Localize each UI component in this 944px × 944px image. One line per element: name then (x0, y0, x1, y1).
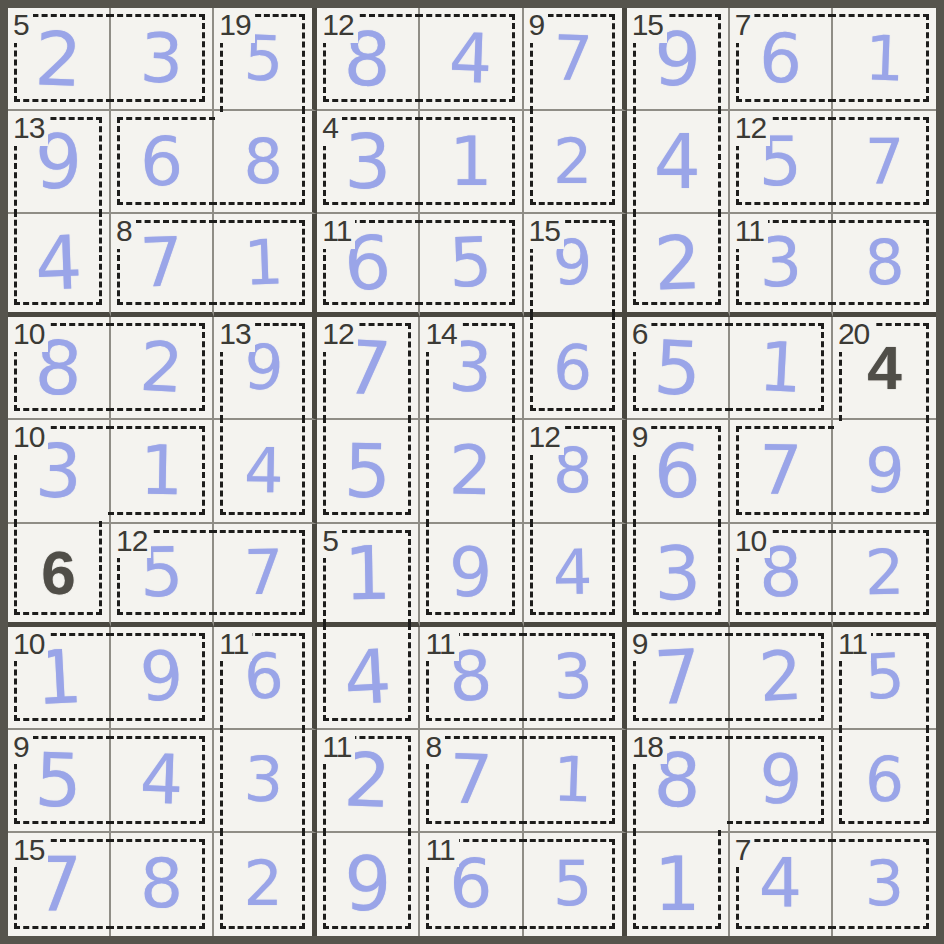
handwritten-digit: 5 (344, 434, 392, 509)
handwritten-digit: 8 (244, 131, 283, 193)
cell-r2c6[interactable]: 2 (524, 111, 627, 214)
handwritten-digit: 3 (139, 24, 185, 93)
cage-sum-label: 15 (11, 833, 48, 868)
cell-r3c8[interactable]: 113 (730, 214, 833, 317)
cell-r5c4[interactable]: 5 (317, 420, 420, 523)
handwritten-digit: 4 (243, 440, 284, 503)
handwritten-digit: 3 (865, 853, 904, 915)
handwritten-digit: 3 (242, 749, 284, 812)
cell-r6c9[interactable]: 2 (833, 524, 936, 627)
handwritten-digit: 1 (654, 847, 701, 921)
cage-sum-label: 10 (11, 317, 48, 352)
handwritten-digit: 1 (344, 535, 392, 610)
handwritten-digit: 7 (758, 437, 802, 506)
handwritten-digit: 9 (864, 440, 905, 503)
cell-r6c7[interactable]: 3 (627, 524, 730, 627)
cage-sum-label: 11 (733, 214, 768, 249)
cell-r8c2[interactable]: 4 (111, 730, 214, 833)
cell-r1c4[interactable]: 128 (317, 8, 420, 111)
handwritten-digit: 8 (864, 232, 906, 295)
handwritten-digit: 4 (448, 24, 494, 93)
handwritten-digit: 1 (242, 232, 284, 295)
cell-r8c1[interactable]: 95 (8, 730, 111, 833)
handwritten-digit: 2 (652, 225, 702, 301)
cell-r2c9[interactable]: 7 (833, 111, 936, 214)
cell-r5c8[interactable]: 7 (730, 420, 833, 523)
cell-r3c7[interactable]: 2 (627, 214, 730, 317)
cell-r2c8[interactable]: 125 (730, 111, 833, 214)
cage-sum-label: 14 (423, 317, 460, 352)
cage-sum-label: 9 (630, 627, 652, 662)
cell-r4c9[interactable]: 204 (833, 317, 936, 420)
cell-r4c5[interactable]: 143 (420, 317, 523, 420)
cell-r5c5[interactable]: 2 (420, 420, 523, 523)
cage-sum-label: 15 (527, 214, 564, 249)
cage-sum-label: 8 (423, 730, 445, 765)
cell-r7c3[interactable]: 116 (214, 627, 317, 730)
cage-sum-label: 5 (320, 524, 342, 559)
cage-sum-label: 5 (11, 8, 33, 43)
cell-r9c2[interactable]: 8 (111, 833, 214, 936)
cell-r3c3[interactable]: 1 (214, 214, 317, 317)
cage-sum-label: 11 (320, 214, 355, 249)
cell-r2c7[interactable]: 4 (627, 111, 730, 214)
handwritten-digit: 9 (758, 746, 804, 815)
cell-r9c8[interactable]: 74 (730, 833, 833, 936)
cell-r9c1[interactable]: 157 (8, 833, 111, 936)
cell-r4c1[interactable]: 108 (8, 317, 111, 420)
cell-r6c5[interactable]: 9 (420, 524, 523, 627)
cell-r3c5[interactable]: 5 (420, 214, 523, 317)
handwritten-digit: 7 (865, 131, 904, 193)
cell-r7c4[interactable]: 4 (317, 627, 420, 730)
handwritten-digit: 9 (344, 847, 391, 921)
handwritten-digit: 4 (139, 746, 185, 815)
cell-r5c3[interactable]: 4 (214, 420, 317, 523)
handwritten-digit: 1 (552, 749, 594, 812)
handwritten-digit: 6 (653, 434, 701, 509)
handwritten-digit: 3 (551, 645, 594, 709)
cage-sum-label: 12 (527, 420, 564, 455)
cage-sum-label: 20 (836, 317, 873, 352)
cell-r5c6[interactable]: 128 (524, 420, 627, 523)
cell-r8c3[interactable]: 3 (214, 730, 317, 833)
cell-r8c4[interactable]: 112 (317, 730, 420, 833)
cell-r3c6[interactable]: 159 (524, 214, 627, 317)
cage-sum-label: 7 (733, 8, 755, 43)
cage-sum-label: 10 (11, 420, 48, 455)
cell-r6c6[interactable]: 4 (524, 524, 627, 627)
cell-r1c6[interactable]: 97 (524, 8, 627, 111)
handwritten-digit: 1 (449, 128, 492, 196)
cage-sum-label: 18 (630, 730, 667, 765)
cage-sum-label: 11 (217, 627, 252, 662)
cage-sum-label: 11 (423, 833, 458, 868)
handwritten-digit: 5 (34, 743, 84, 819)
cell-r5c7[interactable]: 96 (627, 420, 730, 523)
handwritten-digit: 4 (654, 125, 701, 199)
cage-sum-label: 12 (320, 8, 357, 43)
cell-r1c3[interactable]: 195 (214, 8, 317, 111)
cell-r1c1[interactable]: 52 (8, 8, 111, 111)
cage-sum-label: 9 (630, 420, 652, 455)
cage-sum-label: 9 (11, 730, 33, 765)
cell-r3c1[interactable]: 4 (8, 214, 111, 317)
cell-r1c9[interactable]: 1 (833, 8, 936, 111)
cell-r7c7[interactable]: 97 (627, 627, 730, 730)
cell-r4c8[interactable]: 1 (730, 317, 833, 420)
cage-sum-label: 11 (836, 627, 871, 662)
cell-r9c5[interactable]: 116 (420, 833, 523, 936)
cage-sum-label: 12 (114, 524, 151, 559)
cell-r1c5[interactable]: 4 (420, 8, 523, 111)
cell-r4c4[interactable]: 127 (317, 317, 420, 420)
handwritten-digit: 9 (138, 642, 185, 712)
cage-sum-label: 6 (630, 317, 652, 352)
handwritten-digit: 7 (652, 639, 703, 715)
cell-r9c9[interactable]: 3 (833, 833, 936, 936)
handwritten-digit: 5 (448, 229, 494, 298)
cell-r4c2[interactable]: 2 (111, 317, 214, 420)
cage-sum-label: 10 (11, 627, 48, 662)
cell-r3c2[interactable]: 87 (111, 214, 214, 317)
handwritten-digit: 2 (449, 437, 493, 506)
handwritten-digit: 1 (139, 437, 183, 506)
handwritten-digit: 5 (553, 853, 592, 915)
cell-r7c1[interactable]: 101 (8, 627, 111, 730)
cell-r3c4[interactable]: 116 (317, 214, 420, 317)
handwritten-digit: 8 (140, 850, 183, 918)
cage-sum-label: 9 (527, 8, 549, 43)
cell-r4c7[interactable]: 65 (627, 317, 730, 420)
killer-sudoku-board: 5231951284971597611396843124125748711165… (0, 0, 944, 944)
handwritten-digit: 5 (652, 330, 703, 406)
handwritten-digit: 2 (757, 642, 804, 712)
cell-r6c3[interactable]: 7 (214, 524, 317, 627)
cell-r9c7[interactable]: 1 (627, 833, 730, 936)
cell-r8c9[interactable]: 6 (833, 730, 936, 833)
cell-r7c8[interactable]: 2 (730, 627, 833, 730)
handwritten-digit: 2 (244, 853, 283, 915)
cell-r8c8[interactable]: 9 (730, 730, 833, 833)
cell-r7c6[interactable]: 3 (524, 627, 627, 730)
cage-sum-label: 8 (114, 214, 136, 249)
handwritten-digit: 6 (864, 749, 906, 812)
cage-sum-label: 15 (630, 8, 667, 43)
cage-sum-label: 7 (733, 833, 755, 868)
cell-r6c2[interactable]: 125 (111, 524, 214, 627)
cell-r8c6[interactable]: 1 (524, 730, 627, 833)
cage-sum-label: 11 (320, 730, 355, 765)
cell-r8c5[interactable]: 87 (420, 730, 523, 833)
cell-r9c4[interactable]: 9 (317, 833, 420, 936)
handwritten-digit: 2 (138, 333, 185, 403)
cell-r2c4[interactable]: 43 (317, 111, 420, 214)
handwritten-digit: 4 (342, 639, 393, 715)
cell-r6c1[interactable]: 6 (8, 524, 111, 627)
handwritten-digit: 9 (449, 538, 493, 607)
handwritten-digit: 1 (757, 333, 804, 403)
cage-sum-label: 12 (320, 317, 357, 352)
handwritten-digit: 2 (34, 21, 84, 97)
handwritten-digit: 7 (243, 541, 284, 604)
cage-sum-label: 10 (733, 524, 770, 559)
cell-r2c3[interactable]: 8 (214, 111, 317, 214)
handwritten-digit: 3 (653, 535, 701, 610)
handwritten-digit: 7 (448, 746, 494, 815)
cell-r7c2[interactable]: 9 (111, 627, 214, 730)
handwritten-digit: 4 (34, 225, 84, 301)
cell-r2c2[interactable]: 6 (111, 111, 214, 214)
handwritten-digit: 7 (552, 27, 594, 90)
cell-r1c7[interactable]: 159 (627, 8, 730, 111)
cell-r7c5[interactable]: 118 (420, 627, 523, 730)
cell-r7c9[interactable]: 115 (833, 627, 936, 730)
handwritten-digit: 6 (758, 24, 804, 93)
cell-r2c1[interactable]: 139 (8, 111, 111, 214)
cell-r3c9[interactable]: 8 (833, 214, 936, 317)
cage-sum-label: 12 (733, 111, 770, 146)
handwritten-digit: 2 (864, 541, 905, 604)
given-digit: 6 (41, 542, 75, 604)
cage-sum-label: 13 (11, 111, 48, 146)
cage-sum-label: 13 (217, 317, 254, 352)
handwritten-digit: 2 (553, 131, 592, 193)
cell-r5c9[interactable]: 9 (833, 420, 936, 523)
handwritten-digit: 3 (344, 125, 391, 199)
handwritten-digit: 4 (759, 850, 802, 918)
cell-r9c3[interactable]: 2 (214, 833, 317, 936)
cage-sum-label: 11 (423, 627, 458, 662)
cell-r5c1[interactable]: 103 (8, 420, 111, 523)
cell-r6c8[interactable]: 108 (730, 524, 833, 627)
cell-r8c7[interactable]: 188 (627, 730, 730, 833)
cell-r9c6[interactable]: 5 (524, 833, 627, 936)
cell-r4c6[interactable]: 6 (524, 317, 627, 420)
handwritten-digit: 7 (139, 229, 185, 298)
cage-sum-label: 4 (320, 111, 342, 146)
handwritten-digit: 6 (551, 336, 594, 400)
cell-r4c3[interactable]: 139 (214, 317, 317, 420)
cell-r5c2[interactable]: 1 (111, 420, 214, 523)
cell-r2c5[interactable]: 1 (420, 111, 523, 214)
handwritten-digit: 6 (140, 128, 183, 196)
cell-r6c4[interactable]: 51 (317, 524, 420, 627)
handwritten-digit: 1 (864, 27, 906, 90)
cell-r1c2[interactable]: 3 (111, 8, 214, 111)
cell-r1c8[interactable]: 76 (730, 8, 833, 111)
handwritten-digit: 4 (552, 541, 593, 604)
cage-sum-label: 19 (217, 8, 254, 43)
